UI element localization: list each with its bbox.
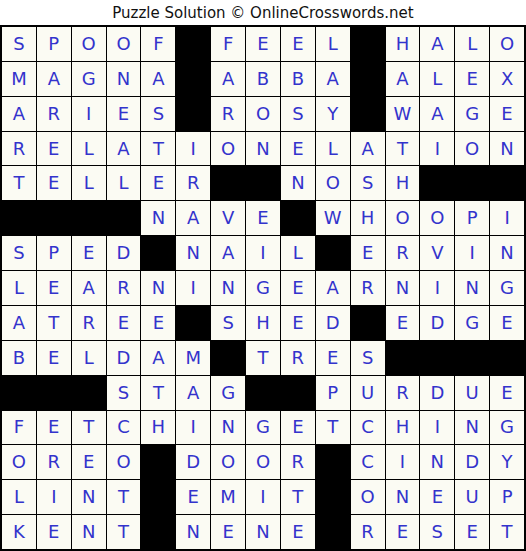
crossword-cell: D <box>107 236 141 270</box>
crossword-cell: S <box>351 341 385 375</box>
crossword-cell: C <box>107 411 141 445</box>
black-cell <box>37 376 71 410</box>
black-cell <box>420 166 454 200</box>
crossword-cell: A <box>386 62 420 96</box>
black-cell <box>72 201 106 235</box>
crossword-cell: W <box>386 97 420 131</box>
crossword-cell: A <box>176 201 210 235</box>
black-cell <box>281 376 315 410</box>
crossword-cell: A <box>37 62 71 96</box>
crossword-cell: O <box>490 27 524 61</box>
crossword-cell: N <box>281 166 315 200</box>
crossword-cell: A <box>316 271 350 305</box>
crossword-cell: G <box>490 411 524 445</box>
crossword-cell: T <box>316 411 350 445</box>
crossword-cell: D <box>107 341 141 375</box>
crossword-cell: S <box>107 376 141 410</box>
crossword-cell: O <box>386 201 420 235</box>
crossword-cell: E <box>72 236 106 270</box>
crossword-cell: E <box>386 306 420 340</box>
crossword-cell: I <box>72 97 106 131</box>
crossword-cell: N <box>211 271 245 305</box>
crossword-cell: N <box>420 445 454 479</box>
crossword-cell: C <box>351 411 385 445</box>
crossword-cell: A <box>211 62 245 96</box>
crossword-cell: A <box>2 306 36 340</box>
crossword-cell: E <box>37 515 71 549</box>
crossword-cell: U <box>455 480 489 514</box>
black-cell <box>351 62 385 96</box>
crossword-cell: R <box>351 515 385 549</box>
crossword-cell: N <box>246 515 280 549</box>
crossword-cell: E <box>281 27 315 61</box>
crossword-cell: N <box>176 515 210 549</box>
crossword-cell: A <box>211 236 245 270</box>
crossword-cell: E <box>37 341 71 375</box>
black-cell <box>316 515 350 549</box>
crossword-cell: H <box>351 201 385 235</box>
crossword-cell: K <box>2 515 36 549</box>
crossword-cell: E <box>107 306 141 340</box>
black-cell <box>211 166 245 200</box>
crossword-cell: M <box>2 62 36 96</box>
crossword-cell: O <box>107 27 141 61</box>
crossword-cell: C <box>351 445 385 479</box>
crossword-cell: E <box>72 445 106 479</box>
crossword-cell: I <box>420 411 454 445</box>
crossword-cell: O <box>420 201 454 235</box>
crossword-cell: I <box>246 480 280 514</box>
crossword-cell: E <box>420 480 454 514</box>
crossword-cell: R <box>211 97 245 131</box>
crossword-cell: I <box>176 132 210 166</box>
crossword-cell: E <box>246 201 280 235</box>
crossword-cell: S <box>420 515 454 549</box>
crossword-cell: E <box>141 166 175 200</box>
crossword-cell: N <box>455 271 489 305</box>
crossword-cell: A <box>141 62 175 96</box>
crossword-cell: E <box>246 27 280 61</box>
crossword-cell: G <box>211 376 245 410</box>
crossword-cell: T <box>141 376 175 410</box>
crossword-cell: E <box>37 271 71 305</box>
crossword-cell: H <box>386 411 420 445</box>
crossword-cell: T <box>2 166 36 200</box>
crossword-cell: N <box>72 480 106 514</box>
crossword-cell: W <box>316 201 350 235</box>
crossword-cell: E <box>490 376 524 410</box>
crossword-cell: E <box>281 271 315 305</box>
crossword-cell: E <box>490 97 524 131</box>
crossword-cell: Y <box>490 445 524 479</box>
crossword-cell: O <box>2 445 36 479</box>
crossword-cell: L <box>72 341 106 375</box>
crossword-cell: N <box>386 480 420 514</box>
crossword-cell: I <box>176 411 210 445</box>
black-cell <box>107 201 141 235</box>
black-cell <box>176 62 210 96</box>
black-cell <box>490 166 524 200</box>
crossword-cell: I <box>420 271 454 305</box>
crossword-cell: S <box>2 27 36 61</box>
black-cell <box>141 515 175 549</box>
crossword-cell: R <box>351 271 385 305</box>
page-title: Puzzle Solution © OnlineCrosswords.net <box>0 0 526 25</box>
crossword-cell: I <box>490 201 524 235</box>
black-cell <box>455 341 489 375</box>
crossword-cell: O <box>246 445 280 479</box>
crossword-cell: E <box>281 411 315 445</box>
crossword-cell: N <box>490 236 524 270</box>
crossword-cell: L <box>316 132 350 166</box>
crossword-cell: D <box>420 306 454 340</box>
crossword-cell: O <box>455 132 489 166</box>
crossword-cell: I <box>386 445 420 479</box>
crossword-cell: G <box>455 97 489 131</box>
puzzle-solution-page: Puzzle Solution © OnlineCrosswords.net S… <box>0 0 526 551</box>
crossword-cell: O <box>316 166 350 200</box>
crossword-cell: R <box>72 306 106 340</box>
crossword-cell: A <box>351 132 385 166</box>
crossword-cell: E <box>211 515 245 549</box>
crossword-cell: A <box>420 97 454 131</box>
crossword-cell: L <box>455 27 489 61</box>
crossword-cell: B <box>246 62 280 96</box>
crossword-cell: P <box>37 27 71 61</box>
crossword-cell: F <box>2 411 36 445</box>
crossword-cell: L <box>281 236 315 270</box>
crossword-cell: O <box>246 97 280 131</box>
crossword-cell: P <box>455 201 489 235</box>
crossword-cell: U <box>455 376 489 410</box>
crossword-cell: L <box>72 132 106 166</box>
crossword-cell: G <box>246 411 280 445</box>
crossword-cell: X <box>490 62 524 96</box>
crossword-cell: R <box>386 236 420 270</box>
crossword-cell: F <box>141 27 175 61</box>
black-cell <box>281 201 315 235</box>
crossword-cell: A <box>316 62 350 96</box>
crossword-cell: L <box>107 166 141 200</box>
crossword-cell: L <box>2 271 36 305</box>
black-cell <box>316 236 350 270</box>
black-cell <box>386 341 420 375</box>
black-cell <box>351 306 385 340</box>
crossword-cell: P <box>37 236 71 270</box>
crossword-cell: G <box>455 306 489 340</box>
crossword-cell: I <box>455 236 489 270</box>
crossword-cell: E <box>176 480 210 514</box>
black-cell <box>37 201 71 235</box>
crossword-cell: S <box>351 166 385 200</box>
black-cell <box>246 166 280 200</box>
crossword-cell: R <box>281 445 315 479</box>
crossword-cell: I <box>37 480 71 514</box>
crossword-cell: N <box>141 201 175 235</box>
crossword-cell: O <box>351 480 385 514</box>
crossword-cell: F <box>211 27 245 61</box>
crossword-cell: N <box>490 132 524 166</box>
crossword-cell: A <box>72 271 106 305</box>
crossword-cell: N <box>141 271 175 305</box>
crossword-cell: N <box>176 236 210 270</box>
black-cell <box>176 27 210 61</box>
crossword-cell: M <box>211 480 245 514</box>
crossword-cell: B <box>281 62 315 96</box>
crossword-cell: L <box>72 166 106 200</box>
black-cell <box>211 341 245 375</box>
crossword-cell: A <box>107 132 141 166</box>
black-cell <box>351 97 385 131</box>
crossword-cell: R <box>2 132 36 166</box>
crossword-cell: T <box>386 132 420 166</box>
crossword-cell: N <box>386 271 420 305</box>
crossword-cell: E <box>37 166 71 200</box>
black-cell <box>316 480 350 514</box>
crossword-cell: R <box>37 97 71 131</box>
crossword-cell: E <box>281 306 315 340</box>
crossword-cell: V <box>211 201 245 235</box>
black-cell <box>176 306 210 340</box>
crossword-cell: G <box>72 62 106 96</box>
crossword-cell: S <box>141 97 175 131</box>
crossword-cell: U <box>351 376 385 410</box>
crossword-cell: A <box>141 341 175 375</box>
black-cell <box>2 201 36 235</box>
black-cell <box>176 97 210 131</box>
crossword-cell: O <box>211 445 245 479</box>
crossword-cell: L <box>420 62 454 96</box>
black-cell <box>351 27 385 61</box>
crossword-cell: S <box>2 236 36 270</box>
crossword-cell: A <box>420 27 454 61</box>
black-cell <box>490 341 524 375</box>
black-cell <box>2 376 36 410</box>
crossword-cell: L <box>2 480 36 514</box>
crossword-cell: E <box>490 306 524 340</box>
crossword-cell: H <box>141 411 175 445</box>
crossword-cell: A <box>2 97 36 131</box>
crossword-cell: E <box>141 306 175 340</box>
crossword-cell: N <box>107 62 141 96</box>
crossword-cell: T <box>107 480 141 514</box>
crossword-cell: T <box>490 515 524 549</box>
black-cell <box>72 376 106 410</box>
crossword-cell: E <box>351 236 385 270</box>
crossword-cell: E <box>386 515 420 549</box>
crossword-cell: D <box>176 445 210 479</box>
crossword-cell: T <box>246 341 280 375</box>
crossword-cell: E <box>281 132 315 166</box>
black-cell <box>246 376 280 410</box>
crossword-cell: D <box>420 376 454 410</box>
crossword-cell: H <box>386 27 420 61</box>
crossword-cell: T <box>107 515 141 549</box>
crossword-cell: E <box>316 341 350 375</box>
crossword-cell: E <box>107 97 141 131</box>
crossword-cell: N <box>455 411 489 445</box>
crossword-cell: T <box>141 132 175 166</box>
black-cell <box>141 445 175 479</box>
crossword-cell: N <box>211 411 245 445</box>
crossword-cell: P <box>316 376 350 410</box>
crossword-cell: R <box>107 271 141 305</box>
crossword-cell: G <box>246 271 280 305</box>
crossword-cell: E <box>37 411 71 445</box>
crossword-cell: N <box>72 515 106 549</box>
crossword-cell: H <box>386 166 420 200</box>
black-cell <box>141 236 175 270</box>
black-cell <box>316 445 350 479</box>
black-cell <box>141 480 175 514</box>
crossword-cell: I <box>246 236 280 270</box>
crossword-cell: B <box>2 341 36 375</box>
crossword-cell: A <box>176 376 210 410</box>
crossword-cell: D <box>316 306 350 340</box>
crossword-cell: D <box>455 445 489 479</box>
crossword-cell: L <box>316 27 350 61</box>
crossword-cell: E <box>455 515 489 549</box>
black-cell <box>420 341 454 375</box>
crossword-cell: P <box>490 480 524 514</box>
crossword-cell: V <box>420 236 454 270</box>
crossword-cell: M <box>176 341 210 375</box>
crossword-cell: R <box>37 445 71 479</box>
crossword-cell: I <box>420 132 454 166</box>
crossword-cell: E <box>455 62 489 96</box>
crossword-cell: H <box>246 306 280 340</box>
crossword-cell: T <box>72 411 106 445</box>
crossword-cell: O <box>72 27 106 61</box>
crossword-cell: T <box>281 480 315 514</box>
crossword-cell: O <box>211 132 245 166</box>
crossword-cell: S <box>281 97 315 131</box>
crossword-cell: E <box>37 132 71 166</box>
black-cell <box>455 166 489 200</box>
crossword-cell: R <box>386 376 420 410</box>
crossword-cell: S <box>211 306 245 340</box>
crossword-cell: Y <box>316 97 350 131</box>
crossword-board: SPOOFFEELHALOMAGNAABBAALEXARIESROSYWAGER… <box>0 25 526 551</box>
crossword-cell: O <box>107 445 141 479</box>
crossword-cell: E <box>281 515 315 549</box>
crossword-cell: N <box>246 132 280 166</box>
crossword-cell: T <box>37 306 71 340</box>
crossword-cell: R <box>281 341 315 375</box>
crossword-cell: R <box>176 166 210 200</box>
crossword-cell: G <box>490 271 524 305</box>
crossword-cell: I <box>176 271 210 305</box>
